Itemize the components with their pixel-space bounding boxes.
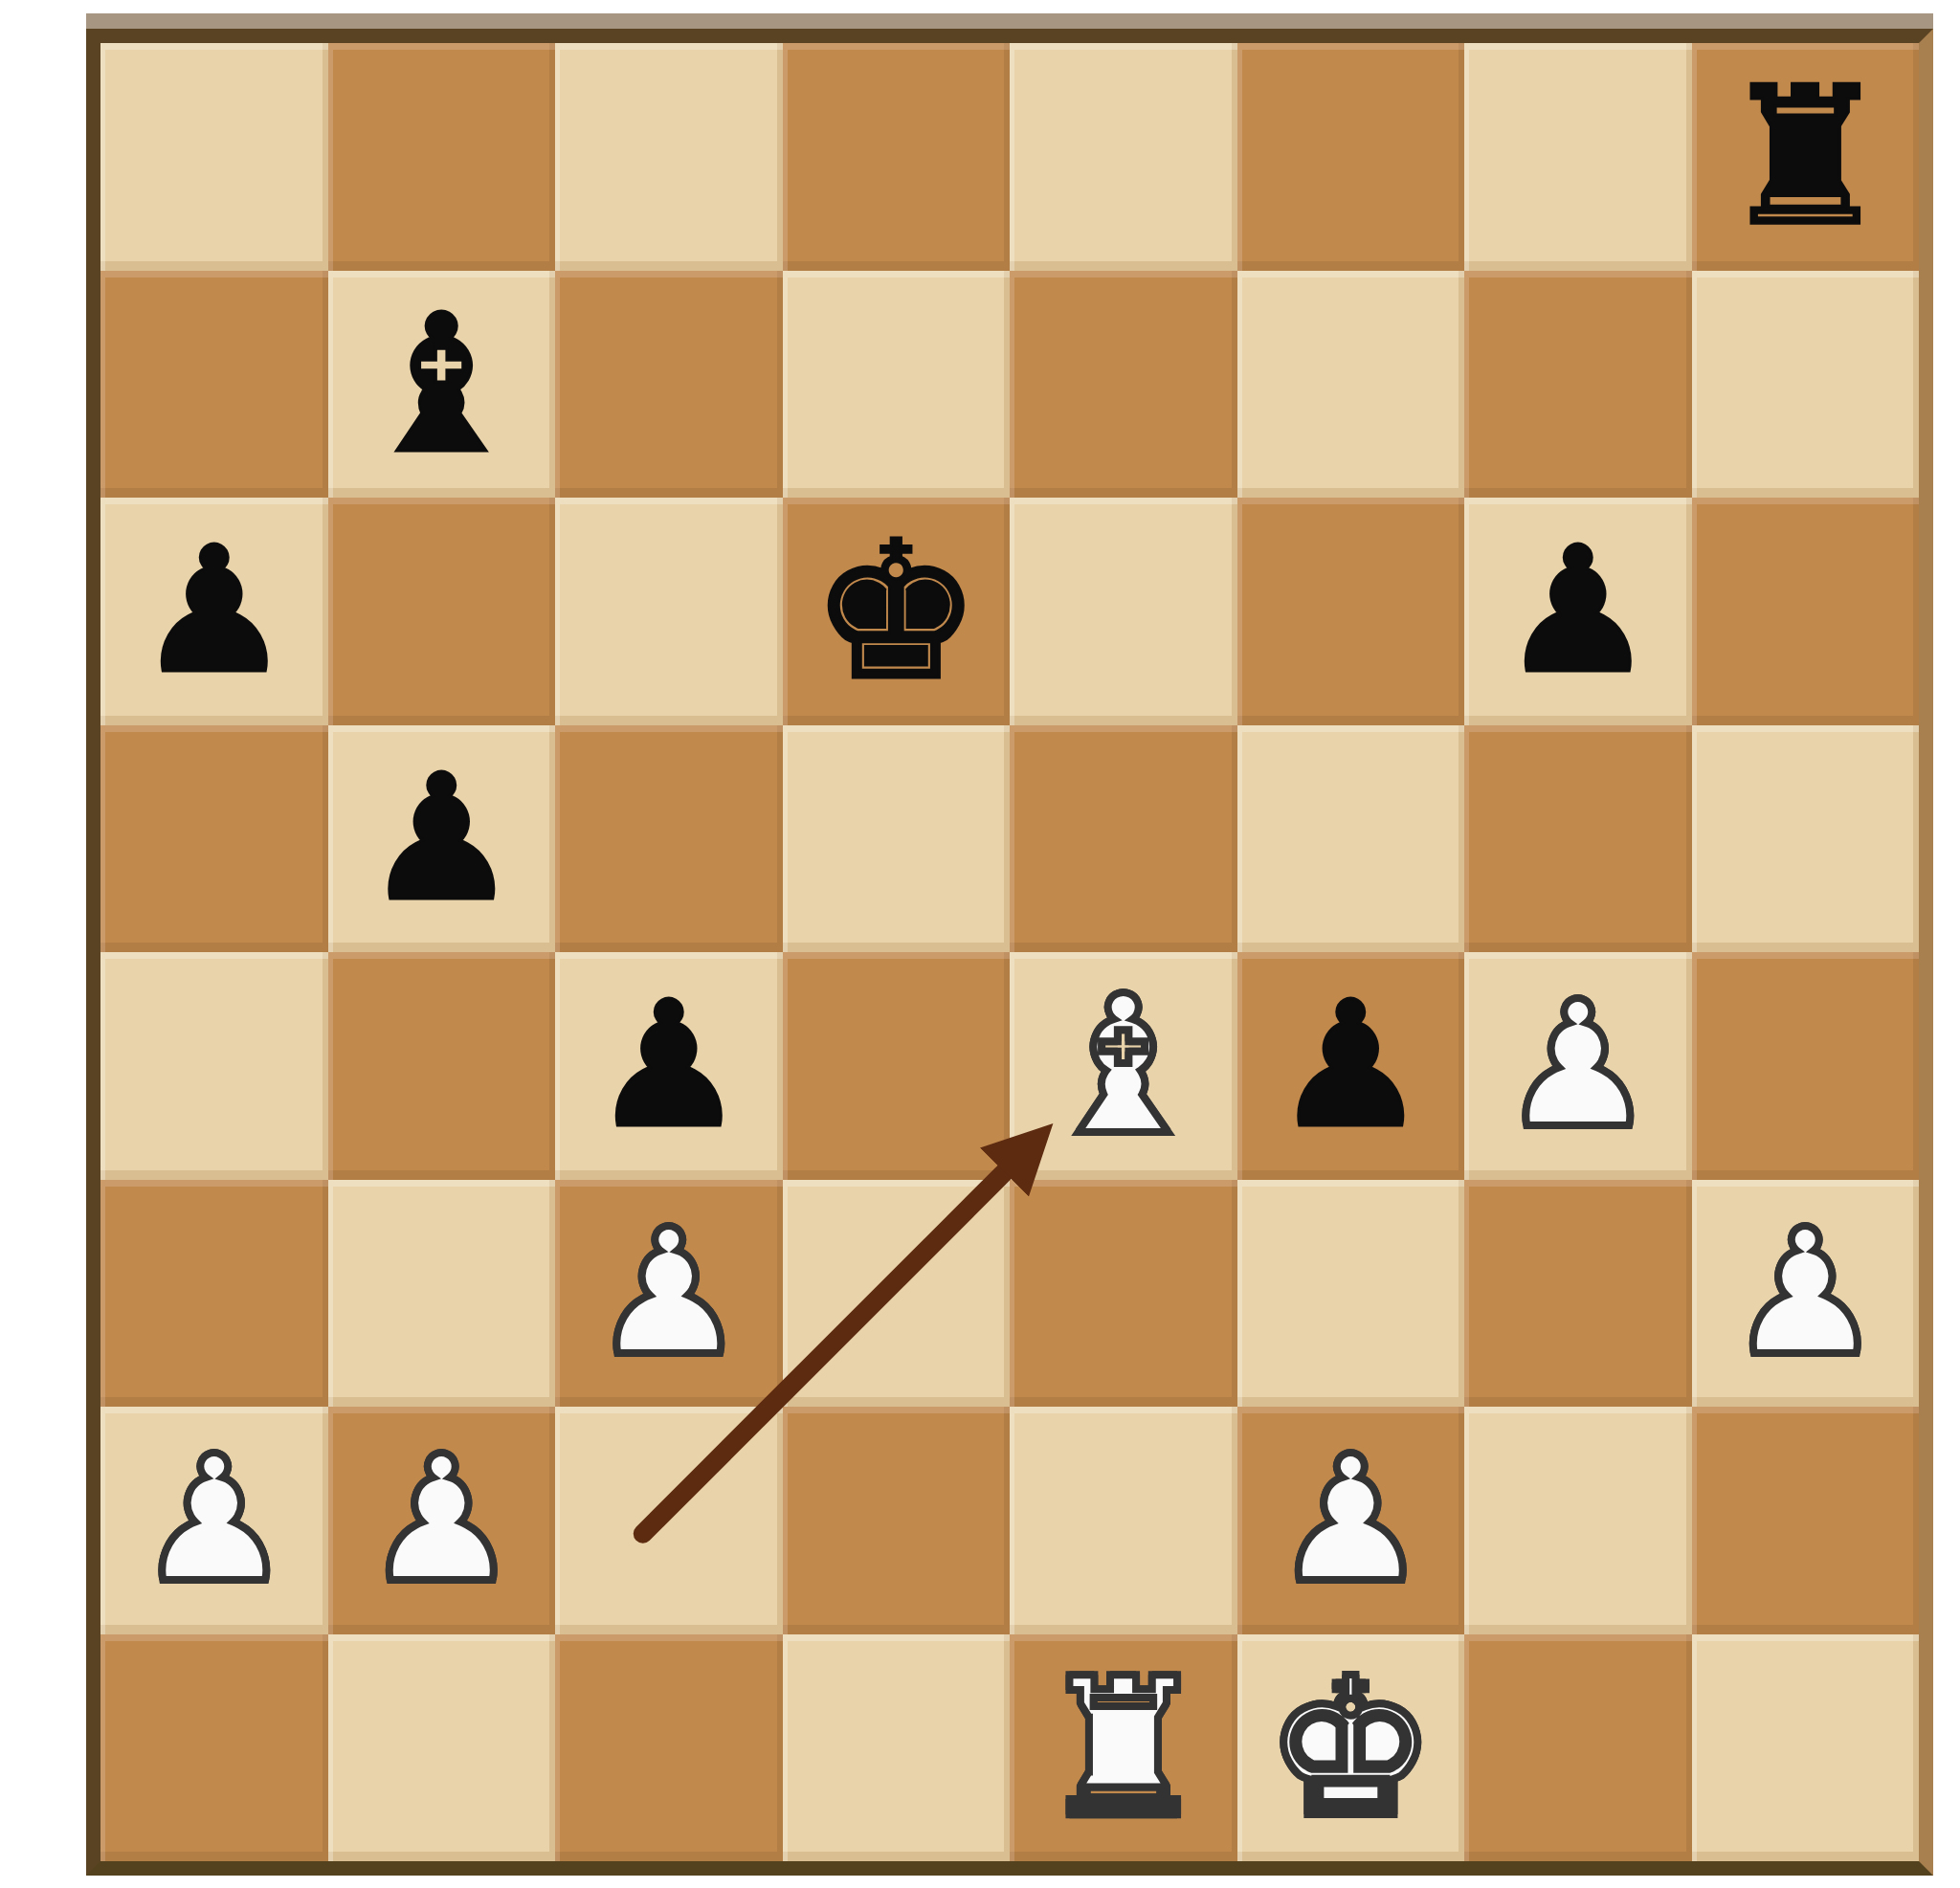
square-d2[interactable] [783, 1407, 1011, 1634]
square-h8[interactable]: ♜ [1692, 43, 1920, 271]
square-e5[interactable] [1010, 725, 1237, 953]
piece-white-pawn-b2[interactable]: ♟ [328, 1407, 556, 1634]
square-h2[interactable] [1692, 1407, 1920, 1634]
square-h7[interactable] [1692, 271, 1920, 499]
square-b5[interactable]: ♟ [328, 725, 556, 953]
square-c4[interactable]: ♟ [555, 952, 783, 1180]
piece-white-king-f1[interactable]: ♚ [1237, 1634, 1465, 1862]
piece-white-pawn-a2[interactable]: ♟ [100, 1407, 328, 1634]
square-a2[interactable]: ♟ [100, 1407, 328, 1634]
square-g8[interactable] [1464, 43, 1692, 271]
square-b6[interactable] [328, 498, 556, 725]
square-c8[interactable] [555, 43, 783, 271]
square-h5[interactable] [1692, 725, 1920, 953]
piece-white-bishop-e4[interactable]: ♝ [1010, 952, 1237, 1180]
square-a4[interactable] [100, 952, 328, 1180]
square-g3[interactable] [1464, 1180, 1692, 1408]
square-g5[interactable] [1464, 725, 1692, 953]
piece-white-pawn-f2[interactable]: ♟ [1237, 1407, 1465, 1634]
piece-white-rook-e1[interactable]: ♜ [1010, 1634, 1237, 1862]
square-c2[interactable] [555, 1407, 783, 1634]
square-c6[interactable] [555, 498, 783, 725]
square-e7[interactable] [1010, 271, 1237, 499]
square-f1[interactable]: ♚ [1237, 1634, 1465, 1862]
piece-black-pawn-a6[interactable]: ♟ [100, 498, 328, 725]
piece-white-pawn-h3[interactable]: ♟ [1692, 1180, 1920, 1408]
square-g2[interactable] [1464, 1407, 1692, 1634]
square-d7[interactable] [783, 271, 1011, 499]
square-f6[interactable] [1237, 498, 1465, 725]
square-f3[interactable] [1237, 1180, 1465, 1408]
square-c5[interactable] [555, 725, 783, 953]
square-b1[interactable] [328, 1634, 556, 1862]
square-b3[interactable] [328, 1180, 556, 1408]
square-d3[interactable] [783, 1180, 1011, 1408]
square-e3[interactable] [1010, 1180, 1237, 1408]
square-h1[interactable] [1692, 1634, 1920, 1862]
square-a8[interactable] [100, 43, 328, 271]
square-d1[interactable] [783, 1634, 1011, 1862]
square-c1[interactable] [555, 1634, 783, 1862]
square-c3[interactable]: ♟ [555, 1180, 783, 1408]
board-top-strip [86, 13, 1933, 29]
square-a7[interactable] [100, 271, 328, 499]
piece-black-pawn-f4[interactable]: ♟ [1237, 952, 1465, 1180]
square-a5[interactable] [100, 725, 328, 953]
piece-black-bishop-b7[interactable]: ♝ [328, 271, 556, 499]
square-g7[interactable] [1464, 271, 1692, 499]
piece-black-pawn-g6[interactable]: ♟ [1464, 498, 1692, 725]
square-b7[interactable]: ♝ [328, 271, 556, 499]
square-d5[interactable] [783, 725, 1011, 953]
square-e8[interactable] [1010, 43, 1237, 271]
square-d4[interactable] [783, 952, 1011, 1180]
square-f2[interactable]: ♟ [1237, 1407, 1465, 1634]
square-e4[interactable]: ♝ [1010, 952, 1237, 1180]
square-e1[interactable]: ♜ [1010, 1634, 1237, 1862]
square-f5[interactable] [1237, 725, 1465, 953]
square-c7[interactable] [555, 271, 783, 499]
square-b8[interactable] [328, 43, 556, 271]
chess-board: ♜♝♟♚♟♟♟♝♟♟♟♟♟♟♟♜♚ [100, 43, 1919, 1861]
piece-black-rook-h8[interactable]: ♜ [1692, 43, 1920, 271]
square-a1[interactable] [100, 1634, 328, 1862]
square-d6[interactable]: ♚ [783, 498, 1011, 725]
square-e2[interactable] [1010, 1407, 1237, 1634]
square-g1[interactable] [1464, 1634, 1692, 1862]
square-e6[interactable] [1010, 498, 1237, 725]
piece-white-pawn-g4[interactable]: ♟ [1464, 952, 1692, 1180]
piece-black-pawn-c4[interactable]: ♟ [555, 952, 783, 1180]
square-h4[interactable] [1692, 952, 1920, 1180]
square-d8[interactable] [783, 43, 1011, 271]
square-b2[interactable]: ♟ [328, 1407, 556, 1634]
square-b4[interactable] [328, 952, 556, 1180]
chess-board-widget: ♜♝♟♚♟♟♟♝♟♟♟♟♟♟♟♜♚ [86, 13, 1933, 1876]
piece-white-pawn-c3[interactable]: ♟ [555, 1180, 783, 1408]
square-g4[interactable]: ♟ [1464, 952, 1692, 1180]
square-h3[interactable]: ♟ [1692, 1180, 1920, 1408]
square-h6[interactable] [1692, 498, 1920, 725]
piece-black-king-d6[interactable]: ♚ [783, 498, 1011, 725]
square-g6[interactable]: ♟ [1464, 498, 1692, 725]
square-a3[interactable] [100, 1180, 328, 1408]
square-f4[interactable]: ♟ [1237, 952, 1465, 1180]
square-a6[interactable]: ♟ [100, 498, 328, 725]
square-f7[interactable] [1237, 271, 1465, 499]
piece-black-pawn-b5[interactable]: ♟ [328, 725, 556, 953]
board-frame: ♜♝♟♚♟♟♟♝♟♟♟♟♟♟♟♜♚ [86, 29, 1933, 1876]
square-f8[interactable] [1237, 43, 1465, 271]
